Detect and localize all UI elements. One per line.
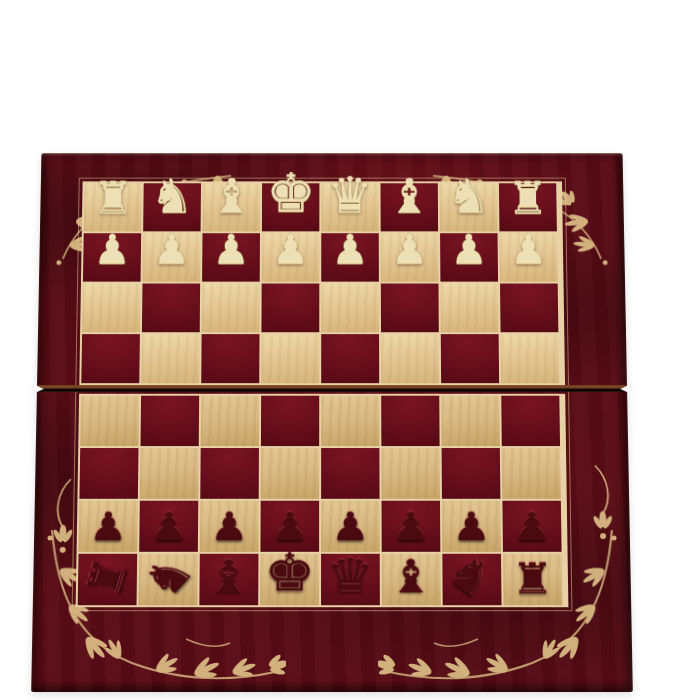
piece-red-pawn-e7: ♟ [271, 507, 309, 546]
square-c2: ♟ [381, 233, 439, 281]
square-h1: ♜ [84, 183, 142, 231]
piece-red-queen-d8: ♛ [327, 551, 374, 599]
square-f6 [200, 448, 259, 499]
fold-hinge-seam [37, 387, 627, 392]
square-h5 [80, 396, 139, 446]
carved-bud-tassel-right [585, 462, 620, 544]
piece-red-knight-b8: ♞ [439, 546, 505, 607]
square-f5 [201, 396, 259, 446]
square-c3 [381, 284, 439, 333]
board-base-panel: ♟♟♟♟♟♟♟♟♜♞♝♚♛♝♞♜ [31, 392, 633, 692]
piece-red-pawn-a7: ♟ [513, 507, 552, 546]
piece-white-king-e1: ♚ [266, 166, 316, 220]
square-g1: ♞ [143, 183, 201, 231]
square-f1: ♝ [203, 183, 261, 231]
piece-white-pawn-d2: ♟ [331, 229, 369, 270]
square-c7: ♟ [382, 501, 441, 552]
square-c6 [381, 448, 440, 499]
board-grid-ranks-1-4: ♜♞♝♚♛♝♞♜♟♟♟♟♟♟♟♟ [79, 181, 565, 385]
product-photo: ♜♞♝♚♛♝♞♜♟♟♟♟♟♟♟♟ [0, 0, 700, 700]
square-c4 [381, 334, 439, 383]
square-b1: ♞ [440, 183, 498, 231]
folding-chess-board: ♜♞♝♚♛♝♞♜♟♟♟♟♟♟♟♟ [31, 153, 633, 692]
piece-white-pawn-e2: ♟ [272, 229, 310, 270]
square-h2: ♟ [83, 233, 141, 281]
piece-white-pawn-a2: ♟ [509, 229, 547, 270]
square-f3 [202, 284, 260, 333]
square-h3 [82, 284, 140, 333]
square-d6 [321, 448, 379, 499]
square-c8: ♝ [382, 554, 441, 605]
square-d3 [321, 284, 379, 333]
piece-white-pawn-g2: ♟ [153, 229, 191, 270]
square-e2: ♟ [262, 233, 320, 281]
square-f2: ♟ [202, 233, 260, 281]
square-g3 [142, 284, 200, 333]
square-g4 [141, 334, 199, 383]
piece-red-pawn-c7: ♟ [392, 507, 430, 546]
board-lid-panel: ♜♞♝♚♛♝♞♜♟♟♟♟♟♟♟♟ [37, 153, 627, 387]
piece-white-rook-h1: ♜ [92, 176, 134, 220]
square-d5 [321, 396, 379, 446]
piece-white-pawn-h2: ♟ [93, 229, 131, 270]
piece-white-pawn-b2: ♟ [450, 229, 488, 270]
piece-white-pawn-f2: ♟ [212, 229, 250, 270]
hinge-gap-left [35, 385, 44, 393]
piece-red-rook-a8: ♜ [511, 557, 554, 600]
piece-white-queen-d1: ♛ [327, 170, 373, 220]
square-d2: ♟ [321, 233, 379, 281]
square-a2: ♟ [499, 233, 557, 281]
square-f7: ♟ [200, 501, 259, 552]
square-g2: ♟ [143, 233, 201, 281]
piece-red-rook-h8: ♜ [79, 554, 135, 602]
square-g7: ♟ [139, 501, 198, 552]
piece-white-rook-a1: ♜ [507, 176, 549, 220]
square-b3 [440, 284, 498, 333]
square-d4 [321, 334, 379, 383]
carved-bud-tassel-left [46, 475, 81, 557]
board-grid-ranks-5-8: ♟♟♟♟♟♟♟♟♜♞♝♚♛♝♞♜ [76, 394, 569, 607]
piece-white-knight-g1: ♞ [150, 173, 194, 220]
square-a5 [501, 396, 560, 446]
piece-red-pawn-b7: ♟ [452, 507, 491, 546]
square-e3 [261, 284, 319, 333]
square-a4 [501, 334, 560, 383]
square-g5 [140, 396, 199, 446]
square-a1: ♜ [499, 183, 557, 231]
piece-red-pawn-g7: ♟ [149, 507, 188, 546]
piece-red-bishop-f8: ♝ [206, 554, 251, 599]
piece-red-king-e8: ♚ [264, 547, 315, 599]
piece-white-bishop-c1: ♝ [387, 173, 431, 220]
square-c1: ♝ [381, 183, 439, 231]
square-d8: ♛ [321, 554, 380, 605]
square-e4 [261, 334, 319, 383]
square-e8: ♚ [260, 554, 319, 605]
piece-white-bishop-f1: ♝ [210, 173, 254, 220]
square-g8: ♞ [139, 554, 198, 605]
square-b6 [442, 448, 501, 499]
piece-red-knight-g8: ♞ [135, 546, 202, 606]
square-a8: ♜ [503, 554, 562, 605]
square-g6 [140, 448, 199, 499]
square-e1: ♚ [262, 183, 319, 231]
piece-red-pawn-f7: ♟ [210, 507, 249, 546]
square-b5 [441, 396, 500, 446]
square-e6 [261, 448, 319, 499]
square-d1: ♛ [321, 183, 378, 231]
square-b8: ♞ [442, 554, 501, 605]
square-c5 [381, 396, 439, 446]
square-h8: ♜ [78, 554, 137, 605]
square-d7: ♟ [321, 501, 380, 552]
piece-red-pawn-h7: ♟ [89, 507, 128, 546]
square-h6 [79, 448, 138, 499]
hinge-gap-right [620, 385, 629, 393]
piece-white-pawn-c2: ♟ [391, 229, 429, 270]
square-a3 [500, 284, 558, 333]
square-h7: ♟ [79, 501, 138, 552]
piece-white-knight-b1: ♞ [447, 173, 491, 220]
piece-red-bishop-c8: ♝ [389, 554, 434, 599]
square-a7: ♟ [502, 501, 561, 552]
square-e5 [261, 396, 319, 446]
piece-red-pawn-d7: ♟ [331, 507, 369, 546]
square-h4 [81, 334, 140, 383]
square-a6 [502, 448, 561, 499]
square-b4 [441, 334, 499, 383]
square-f8: ♝ [199, 554, 258, 605]
square-b2: ♟ [440, 233, 498, 281]
square-f4 [201, 334, 259, 383]
